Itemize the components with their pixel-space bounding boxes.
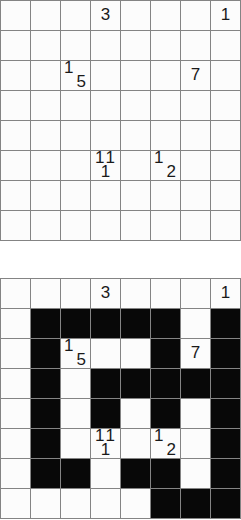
solution-cell-r6c0 — [1, 459, 31, 489]
clue-number: 7 — [181, 68, 210, 82]
puzzle-cell-r3c2[interactable] — [61, 91, 91, 121]
solution-cell-r3c4 — [121, 369, 151, 399]
solution-cell-r4c5 — [151, 399, 181, 429]
solution-cell-r6c3 — [91, 459, 121, 489]
puzzle-cell-r5c3: 111 — [91, 151, 121, 181]
solution-cell-r5c3: 111 — [91, 429, 121, 459]
solution-cell-r5c1 — [31, 429, 61, 459]
puzzle-cell-r3c4[interactable] — [121, 91, 151, 121]
puzzle-cell-r4c7[interactable] — [211, 121, 241, 151]
puzzle-cell-r0c4[interactable] — [121, 1, 151, 31]
clue-number: 1 — [91, 165, 120, 179]
solution-cell-r3c3 — [91, 369, 121, 399]
tapa-puzzle-grid: 3115711112 — [0, 0, 241, 241]
puzzle-cell-r6c0[interactable] — [1, 181, 31, 211]
clue-number: 5 — [77, 75, 86, 89]
solution-cell-r7c2 — [61, 489, 91, 519]
solution-cell-r1c5 — [151, 309, 181, 339]
puzzle-cell-r3c3[interactable] — [91, 91, 121, 121]
solution-cell-r4c3 — [91, 399, 121, 429]
puzzle-cell-r6c7[interactable] — [211, 181, 241, 211]
solution-cell-r6c6 — [181, 459, 211, 489]
solution-cell-r4c0 — [1, 399, 31, 429]
puzzle-cell-r1c3[interactable] — [91, 31, 121, 61]
solution-cell-r6c2 — [61, 459, 91, 489]
solution-cell-r5c6 — [181, 429, 211, 459]
solution-cell-r0c0 — [1, 279, 31, 309]
solution-cell-r6c1 — [31, 459, 61, 489]
solution-cell-r0c2 — [61, 279, 91, 309]
solution-cell-r6c4 — [121, 459, 151, 489]
puzzle-cell-r3c5[interactable] — [151, 91, 181, 121]
solution-cell-r2c2: 15 — [61, 339, 91, 369]
clue-number: 1 — [154, 151, 163, 165]
puzzle-cell-r2c4[interactable] — [121, 61, 151, 91]
solution-cell-r5c4 — [121, 429, 151, 459]
solution-cell-r2c5 — [151, 339, 181, 369]
puzzle-cell-r6c4[interactable] — [121, 181, 151, 211]
solution-cell-r1c7 — [211, 309, 241, 339]
clue-number: 1 — [211, 286, 240, 300]
puzzle-cell-r1c4[interactable] — [121, 31, 151, 61]
solution-cell-r5c5: 12 — [151, 429, 181, 459]
solution-cell-r2c1 — [31, 339, 61, 369]
clue-number: 2 — [167, 165, 176, 179]
puzzle-cell-r6c1[interactable] — [31, 181, 61, 211]
puzzle-cell-r5c7[interactable] — [211, 151, 241, 181]
clue-number: 3 — [91, 8, 120, 22]
puzzle-cell-r1c1[interactable] — [31, 31, 61, 61]
solution-cell-r6c5 — [151, 459, 181, 489]
puzzle-cell-r5c6[interactable] — [181, 151, 211, 181]
puzzle-cell-r0c5[interactable] — [151, 1, 181, 31]
solution-cell-r2c7 — [211, 339, 241, 369]
puzzle-cell-r5c4[interactable] — [121, 151, 151, 181]
solution-cell-r7c7 — [211, 489, 241, 519]
solution-cell-r4c6 — [181, 399, 211, 429]
puzzle-cell-r2c2: 15 — [61, 61, 91, 91]
puzzle-cell-r4c3[interactable] — [91, 121, 121, 151]
solution-cell-r3c7 — [211, 369, 241, 399]
clue-number: 1 — [154, 429, 163, 443]
solution-cell-r5c7 — [211, 429, 241, 459]
clue-number: 1 — [64, 61, 73, 75]
puzzle-cell-r7c0[interactable] — [1, 211, 31, 241]
puzzle-cell-r2c3[interactable] — [91, 61, 121, 91]
solution-cell-r7c6 — [181, 489, 211, 519]
puzzle-cell-r7c5[interactable] — [151, 211, 181, 241]
solution-cell-r3c2 — [61, 369, 91, 399]
solution-cell-r1c2 — [61, 309, 91, 339]
puzzle-cell-r7c3[interactable] — [91, 211, 121, 241]
tapa-solution-grid: 3115711112 — [0, 278, 241, 519]
solution-cell-r4c4 — [121, 399, 151, 429]
solution-cell-r4c2 — [61, 399, 91, 429]
puzzle-cell-r6c5[interactable] — [151, 181, 181, 211]
solution-cell-r3c0 — [1, 369, 31, 399]
solution-cell-r0c7: 1 — [211, 279, 241, 309]
solution-cell-r5c0 — [1, 429, 31, 459]
solution-cell-r0c5 — [151, 279, 181, 309]
clue-number: 5 — [77, 353, 86, 367]
solution-cell-r4c7 — [211, 399, 241, 429]
solution-cell-r2c4 — [121, 339, 151, 369]
puzzle-cell-r5c0[interactable] — [1, 151, 31, 181]
clue-number: 3 — [91, 286, 120, 300]
solution-cell-r7c4 — [121, 489, 151, 519]
solution-cell-r7c1 — [31, 489, 61, 519]
puzzle-cell-r4c2[interactable] — [61, 121, 91, 151]
solution-cell-r7c0 — [1, 489, 31, 519]
solution-cell-r7c5 — [151, 489, 181, 519]
puzzle-cell-r7c2[interactable] — [61, 211, 91, 241]
solution-cell-r5c2 — [61, 429, 91, 459]
solution-cell-r1c3 — [91, 309, 121, 339]
puzzle-cell-r5c5: 12 — [151, 151, 181, 181]
puzzle-cell-r0c7: 1 — [211, 1, 241, 31]
puzzle-cell-r1c2[interactable] — [61, 31, 91, 61]
puzzle-cell-r5c2[interactable] — [61, 151, 91, 181]
puzzle-cell-r2c7[interactable] — [211, 61, 241, 91]
solution-cell-r6c7 — [211, 459, 241, 489]
clue-number: 7 — [181, 346, 210, 360]
solution-cell-r1c6 — [181, 309, 211, 339]
puzzle-cell-r0c3: 3 — [91, 1, 121, 31]
puzzle-cell-r1c5[interactable] — [151, 31, 181, 61]
puzzle-cell-r0c0[interactable] — [1, 1, 31, 31]
puzzle-cell-r2c1[interactable] — [31, 61, 61, 91]
solution-cell-r3c5 — [151, 369, 181, 399]
puzzle-cell-r1c6[interactable] — [181, 31, 211, 61]
clue-number: 1 — [64, 339, 73, 353]
solution-cell-r1c0 — [1, 309, 31, 339]
puzzle-cell-r3c7[interactable] — [211, 91, 241, 121]
clue-number: 2 — [167, 443, 176, 457]
solution-cell-r0c4 — [121, 279, 151, 309]
puzzle-cell-r6c2[interactable] — [61, 181, 91, 211]
puzzle-cell-r6c3[interactable] — [91, 181, 121, 211]
clue-number: 1 — [211, 8, 240, 22]
solution-cell-r4c1 — [31, 399, 61, 429]
puzzle-cell-r4c4[interactable] — [121, 121, 151, 151]
puzzle-cell-r0c1[interactable] — [31, 1, 61, 31]
puzzle-cell-r6c6[interactable] — [181, 181, 211, 211]
puzzle-cell-r7c1[interactable] — [31, 211, 61, 241]
puzzle-cell-r3c6[interactable] — [181, 91, 211, 121]
puzzle-cell-r5c1[interactable] — [31, 151, 61, 181]
solution-cell-r7c3 — [91, 489, 121, 519]
puzzle-cell-r0c6[interactable] — [181, 1, 211, 31]
solution-cell-r2c3 — [91, 339, 121, 369]
puzzle-cell-r7c7[interactable] — [211, 211, 241, 241]
solution-cell-r2c0 — [1, 339, 31, 369]
solution-cell-r0c3: 3 — [91, 279, 121, 309]
solution-cell-r0c1 — [31, 279, 61, 309]
puzzle-cell-r2c5[interactable] — [151, 61, 181, 91]
solution-cell-r2c6: 7 — [181, 339, 211, 369]
puzzle-cell-r1c7[interactable] — [211, 31, 241, 61]
puzzle-cell-r4c6[interactable] — [181, 121, 211, 151]
puzzle-cell-r2c0[interactable] — [1, 61, 31, 91]
solution-cell-r1c4 — [121, 309, 151, 339]
puzzle-cell-r3c0[interactable] — [1, 91, 31, 121]
puzzle-cell-r1c0[interactable] — [1, 31, 31, 61]
puzzle-cell-r0c2[interactable] — [61, 1, 91, 31]
solution-cell-r3c6 — [181, 369, 211, 399]
puzzle-cell-r3c1[interactable] — [31, 91, 61, 121]
solution-cell-r3c1 — [31, 369, 61, 399]
solution-cell-r0c6 — [181, 279, 211, 309]
puzzle-cell-r4c1[interactable] — [31, 121, 61, 151]
puzzle-cell-r4c0[interactable] — [1, 121, 31, 151]
puzzle-cell-r7c4[interactable] — [121, 211, 151, 241]
solution-cell-r1c1 — [31, 309, 61, 339]
puzzle-cell-r2c6: 7 — [181, 61, 211, 91]
clue-number: 1 — [91, 443, 120, 457]
puzzle-cell-r7c6[interactable] — [181, 211, 211, 241]
puzzle-cell-r4c5[interactable] — [151, 121, 181, 151]
